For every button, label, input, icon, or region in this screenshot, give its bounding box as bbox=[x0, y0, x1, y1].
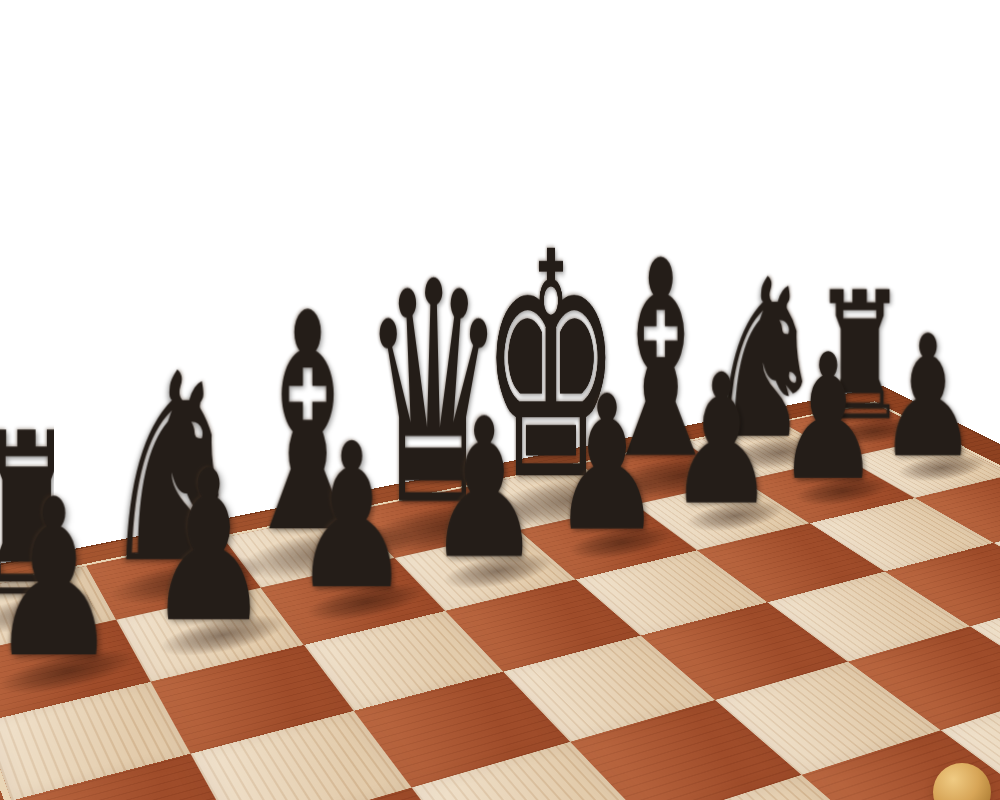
square-a6 bbox=[0, 682, 191, 800]
black-pawn-glyph: ♟ bbox=[292, 435, 411, 599]
black-pawn-glyph: ♟ bbox=[147, 461, 270, 632]
black-pawn-glyph: ♟ bbox=[777, 347, 880, 489]
black-pawn-glyph: ♟ bbox=[552, 388, 662, 541]
black-pawn-glyph: ♟ bbox=[0, 490, 118, 668]
chess-board: ♜♞♝♛♚♝♞♜♟♟♟♟♟♟♟♟ bbox=[0, 386, 1000, 800]
black-pawn-glyph: ♟ bbox=[878, 328, 977, 466]
board-frame: ♜♞♝♛♚♝♞♜♟♟♟♟♟♟♟♟ bbox=[0, 386, 1000, 800]
board-grid: ♜♞♝♛♚♝♞♜♟♟♟♟♟♟♟♟ bbox=[0, 403, 1000, 800]
black-pawn-glyph: ♟ bbox=[427, 410, 541, 568]
square-a7: ♟ bbox=[0, 620, 151, 722]
black-pawn-glyph: ♟ bbox=[668, 366, 774, 513]
board-pinstripe-inlay: ♜♞♝♛♚♝♞♜♟♟♟♟♟♟♟♟ bbox=[0, 401, 1000, 800]
chess-photo-scene: ♜♞♝♛♚♝♞♜♟♟♟♟♟♟♟♟ bbox=[0, 0, 1000, 800]
